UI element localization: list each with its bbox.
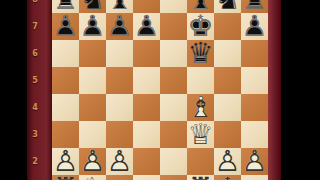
piece-white-pawn[interactable]: ♟♙ [106, 148, 133, 175]
rank-label-4: 4 [29, 103, 41, 113]
square-a6[interactable] [52, 40, 79, 67]
pawn-glyph-outline: ♙ [106, 148, 133, 175]
board-frame-right-border [268, 0, 281, 180]
square-h2[interactable]: ♟♙ [241, 148, 268, 175]
square-d7[interactable]: ♟♙ [133, 13, 160, 40]
piece-black-pawn[interactable]: ♟♙ [133, 13, 160, 40]
pawn-glyph-outline: ♙ [241, 148, 268, 175]
square-d1[interactable] [133, 175, 160, 180]
piece-white-rook[interactable]: ♜♖ [187, 175, 214, 180]
square-a5[interactable] [52, 67, 79, 94]
piece-white-pawn[interactable]: ♟♙ [241, 148, 268, 175]
square-g8[interactable]: ♞♘ [214, 0, 241, 13]
rank-label-7: 7 [29, 22, 41, 32]
pawn-glyph-outline: ♙ [133, 13, 160, 40]
rank-label-2: 2 [29, 157, 41, 167]
rook-glyph-outline: ♖ [52, 175, 79, 180]
square-h7[interactable]: ♟♙ [241, 13, 268, 40]
square-d5[interactable] [133, 67, 160, 94]
square-g1[interactable]: ♚♔ [214, 175, 241, 180]
piece-black-pawn[interactable]: ♟♙ [106, 13, 133, 40]
square-c4[interactable] [106, 94, 133, 121]
pawn-glyph-outline: ♙ [241, 13, 268, 40]
square-e6[interactable] [160, 40, 187, 67]
square-e1[interactable] [160, 175, 187, 180]
rank-label-6: 6 [29, 49, 41, 59]
square-h6[interactable] [241, 40, 268, 67]
square-e7[interactable] [160, 13, 187, 40]
square-e2[interactable] [160, 148, 187, 175]
piece-black-queen[interactable]: ♛♕ [187, 40, 214, 67]
square-f3[interactable]: ♛♕ [187, 121, 214, 148]
square-g7[interactable] [214, 13, 241, 40]
square-b1[interactable]: ♞♘ [79, 175, 106, 180]
square-h4[interactable] [241, 94, 268, 121]
square-h5[interactable] [241, 67, 268, 94]
piece-white-queen[interactable]: ♛♕ [187, 121, 214, 148]
piece-black-pawn[interactable]: ♟♙ [241, 13, 268, 40]
square-c7[interactable]: ♟♙ [106, 13, 133, 40]
square-d3[interactable] [133, 121, 160, 148]
rank-label-3: 3 [29, 130, 41, 140]
rank-label-8: 8 [29, 0, 41, 5]
rook-glyph-outline: ♖ [187, 175, 214, 180]
square-a1[interactable]: ♜♖ [52, 175, 79, 180]
king-glyph-outline: ♔ [214, 175, 241, 180]
square-g6[interactable] [214, 40, 241, 67]
pawn-glyph-outline: ♙ [106, 13, 133, 40]
knight-glyph-outline: ♘ [214, 0, 241, 13]
piece-black-pawn[interactable]: ♟♙ [52, 13, 79, 40]
rank-label-5: 5 [29, 76, 41, 86]
square-g5[interactable] [214, 67, 241, 94]
square-b6[interactable] [79, 40, 106, 67]
piece-white-rook[interactable]: ♜♖ [52, 175, 79, 180]
pawn-glyph-outline: ♙ [52, 13, 79, 40]
square-f1[interactable]: ♜♖ [187, 175, 214, 180]
square-c1[interactable] [106, 175, 133, 180]
square-f6[interactable]: ♛♕ [187, 40, 214, 67]
board-frame: ♜♖♞♘♝♗♝♗♞♘♜♖♟♙♟♙♟♙♟♙♚♔♟♙♛♕♝♗♛♕♟♙♟♙♟♙♟♙♟♙… [27, 0, 281, 180]
square-g4[interactable] [214, 94, 241, 121]
piece-white-king[interactable]: ♚♔ [214, 175, 241, 180]
knight-glyph-outline: ♘ [79, 175, 106, 180]
square-e5[interactable] [160, 67, 187, 94]
square-e8[interactable] [160, 0, 187, 13]
square-a7[interactable]: ♟♙ [52, 13, 79, 40]
square-e3[interactable] [160, 121, 187, 148]
piece-white-knight[interactable]: ♞♘ [79, 175, 106, 180]
queen-glyph-outline: ♕ [187, 40, 214, 67]
chess-board: ♜♖♞♘♝♗♝♗♞♘♜♖♟♙♟♙♟♙♟♙♚♔♟♙♛♕♝♗♛♕♟♙♟♙♟♙♟♙♟♙… [52, 0, 268, 180]
square-b4[interactable] [79, 94, 106, 121]
square-c2[interactable]: ♟♙ [106, 148, 133, 175]
square-c6[interactable] [106, 40, 133, 67]
square-h1[interactable] [241, 175, 268, 180]
piece-black-pawn[interactable]: ♟♙ [79, 13, 106, 40]
square-d4[interactable] [133, 94, 160, 121]
video-frame: ♜♖♞♘♝♗♝♗♞♘♜♖♟♙♟♙♟♙♟♙♚♔♟♙♛♕♝♗♛♕♟♙♟♙♟♙♟♙♟♙… [0, 0, 320, 180]
square-a4[interactable] [52, 94, 79, 121]
square-b5[interactable] [79, 67, 106, 94]
piece-black-knight[interactable]: ♞♘ [214, 0, 241, 13]
pawn-glyph-outline: ♙ [79, 13, 106, 40]
queen-glyph-outline: ♕ [187, 121, 214, 148]
square-d2[interactable] [133, 148, 160, 175]
square-e4[interactable] [160, 94, 187, 121]
square-d6[interactable] [133, 40, 160, 67]
square-c5[interactable] [106, 67, 133, 94]
square-b7[interactable]: ♟♙ [79, 13, 106, 40]
